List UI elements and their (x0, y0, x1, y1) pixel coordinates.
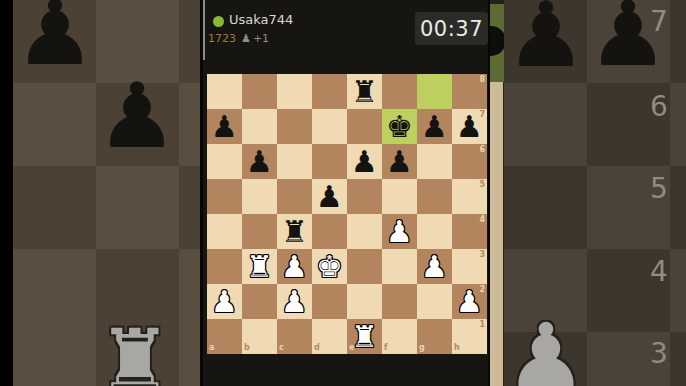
piece-white-p-f4[interactable]: ♟ (382, 214, 417, 249)
background-rank-label-6: 6 (650, 90, 684, 123)
background-square (96, 83, 179, 166)
square-b1[interactable]: b (242, 319, 277, 354)
background-square (13, 0, 96, 83)
square-h6[interactable]: 6 (452, 144, 487, 179)
background-square (13, 332, 96, 386)
player-info-bar: Usaka744 1723 ♟ +1 00:37 (203, 0, 488, 74)
rank-label-4: 4 (479, 216, 485, 224)
square-a7[interactable]: ♟ (207, 109, 242, 144)
file-label-c: c (279, 344, 284, 352)
square-a5[interactable] (207, 179, 242, 214)
material-advantage-group: ♟ +1 (241, 32, 269, 45)
piece-white-p-g3[interactable]: ♟ (417, 249, 452, 284)
square-d1[interactable]: d (312, 319, 347, 354)
background-square (504, 0, 587, 83)
background-square (13, 83, 96, 166)
square-a8[interactable] (207, 74, 242, 109)
square-g1[interactable]: g (417, 319, 452, 354)
square-g4[interactable] (417, 214, 452, 249)
pawn-icon: ♟ (241, 33, 251, 44)
square-b2[interactable] (242, 284, 277, 319)
background-square (179, 332, 200, 386)
file-label-f: f (384, 344, 387, 352)
rank-label-3: 3 (479, 251, 485, 259)
background-square (504, 332, 587, 386)
phone-screen: Usaka744 1723 ♟ +1 00:37 ♜8♟♚♟7♟♟♟♟6♟5♜♟… (200, 0, 490, 386)
square-f5[interactable] (382, 179, 417, 214)
square-h7[interactable]: 7♟ (452, 109, 487, 144)
rank-label-1: 1 (479, 321, 485, 329)
rank-label-8: 8 (479, 76, 485, 84)
background-left-black-bar (0, 0, 13, 386)
background-square (96, 0, 179, 83)
square-g8[interactable] (417, 74, 452, 109)
square-g3[interactable]: ♟ (417, 249, 452, 284)
square-d8[interactable] (312, 74, 347, 109)
file-label-h: h (454, 344, 460, 352)
piece-white-p-c3[interactable]: ♟ (277, 249, 312, 284)
square-b7[interactable] (242, 109, 277, 144)
background-rank-label-5: 5 (650, 172, 684, 205)
square-a2[interactable]: ♟ (207, 284, 242, 319)
square-c8[interactable] (277, 74, 312, 109)
square-c2[interactable]: ♟ (277, 284, 312, 319)
square-e8[interactable]: ♜ (347, 74, 382, 109)
background-square (179, 249, 200, 332)
background-square (179, 83, 200, 166)
square-f2[interactable] (382, 284, 417, 319)
chess-board[interactable]: ♜8♟♚♟7♟♟♟♟6♟5♜♟4♜♟♚♟3♟♟2♟abcde♜fg1h (207, 74, 487, 354)
square-f3[interactable] (382, 249, 417, 284)
square-a6[interactable] (207, 144, 242, 179)
background-square (13, 166, 96, 249)
opponent-clock: 00:37 (415, 12, 488, 45)
player-rating: 1723 (208, 32, 236, 45)
square-e1[interactable]: e♜ (347, 319, 382, 354)
square-f6[interactable]: ♟ (382, 144, 417, 179)
square-d5[interactable]: ♟ (312, 179, 347, 214)
file-label-a: a (209, 344, 214, 352)
file-label-b: b (244, 344, 250, 352)
piece-black-k-f7[interactable]: ♚ (382, 109, 417, 144)
square-b3[interactable]: ♜ (242, 249, 277, 284)
background-square (504, 166, 587, 249)
file-label-d: d (314, 344, 320, 352)
square-c3[interactable]: ♟ (277, 249, 312, 284)
square-e5[interactable] (347, 179, 382, 214)
material-advantage: +1 (253, 32, 269, 45)
square-a3[interactable] (207, 249, 242, 284)
square-d7[interactable] (312, 109, 347, 144)
background-rank-label-7: 7 (650, 5, 684, 38)
piece-black-r-c4[interactable]: ♜ (277, 214, 312, 249)
square-h2[interactable]: 2♟ (452, 284, 487, 319)
online-status-dot (213, 16, 224, 27)
background-square (96, 166, 179, 249)
background-left-panel: ♟♟♜ (0, 0, 200, 386)
piece-white-p-a2[interactable]: ♟ (207, 284, 242, 319)
piece-black-p-e6[interactable]: ♟ (347, 144, 382, 179)
square-f4[interactable]: ♟ (382, 214, 417, 249)
square-e6[interactable]: ♟ (347, 144, 382, 179)
square-a4[interactable] (207, 214, 242, 249)
square-g2[interactable] (417, 284, 452, 319)
piece-white-r-b3[interactable]: ♜ (242, 249, 277, 284)
square-b4[interactable] (242, 214, 277, 249)
video-frame: ♟♟♜ ♟♟♟76543 Usaka744 1723 ♟ +1 00:37 ♜8… (0, 0, 686, 386)
background-square (504, 249, 587, 332)
square-h3[interactable]: 3 (452, 249, 487, 284)
piece-black-p-a7[interactable]: ♟ (207, 109, 242, 144)
square-c1[interactable]: c (277, 319, 312, 354)
square-h1[interactable]: 1h (452, 319, 487, 354)
piece-black-p-b6[interactable]: ♟ (242, 144, 277, 179)
file-label-g: g (419, 344, 425, 352)
piece-white-k-d3[interactable]: ♚ (312, 249, 347, 284)
background-square (96, 249, 179, 332)
background-rank-label-3: 3 (650, 337, 684, 370)
background-square (179, 0, 200, 83)
square-e2[interactable] (347, 284, 382, 319)
piece-black-p-g7[interactable]: ♟ (417, 109, 452, 144)
square-e7[interactable] (347, 109, 382, 144)
square-g5[interactable] (417, 179, 452, 214)
background-square (96, 332, 179, 386)
piece-black-p-h7[interactable]: ♟ (452, 109, 487, 144)
piece-white-r-e1[interactable]: ♜ (347, 319, 382, 354)
square-h4[interactable]: 4 (452, 214, 487, 249)
piece-black-p-d5[interactable]: ♟ (312, 179, 347, 214)
piece-white-p-h2[interactable]: ♟ (452, 284, 487, 319)
square-g6[interactable] (417, 144, 452, 179)
rank-label-6: 6 (479, 146, 485, 154)
rank-label-5: 5 (479, 181, 485, 189)
piece-white-p-c2[interactable]: ♟ (277, 284, 312, 319)
square-e3[interactable] (347, 249, 382, 284)
square-c5[interactable] (277, 179, 312, 214)
square-h8[interactable]: 8 (452, 74, 487, 109)
square-b6[interactable]: ♟ (242, 144, 277, 179)
square-d6[interactable] (312, 144, 347, 179)
background-right-panel: ♟♟♟76543 (490, 0, 686, 386)
square-f7[interactable]: ♚ (382, 109, 417, 144)
background-square (179, 166, 200, 249)
square-d2[interactable] (312, 284, 347, 319)
square-f8[interactable] (382, 74, 417, 109)
player-rating-row: 1723 ♟ +1 (208, 32, 269, 45)
background-board-edge-strip (490, 82, 503, 386)
square-a1[interactable]: a (207, 319, 242, 354)
background-rank-label-4: 4 (650, 255, 684, 288)
square-d3[interactable]: ♚ (312, 249, 347, 284)
square-b8[interactable] (242, 74, 277, 109)
background-square (13, 249, 96, 332)
square-b5[interactable] (242, 179, 277, 214)
background-square (504, 83, 587, 166)
square-f1[interactable]: f (382, 319, 417, 354)
square-d4[interactable] (312, 214, 347, 249)
square-c6[interactable] (277, 144, 312, 179)
square-c4[interactable]: ♜ (277, 214, 312, 249)
square-g7[interactable]: ♟ (417, 109, 452, 144)
piece-black-p-f6[interactable]: ♟ (382, 144, 417, 179)
square-c7[interactable] (277, 109, 312, 144)
square-e4[interactable] (347, 214, 382, 249)
piece-black-r-e8[interactable]: ♜ (347, 74, 382, 109)
square-h5[interactable]: 5 (452, 179, 487, 214)
player-name[interactable]: Usaka744 (229, 12, 293, 27)
